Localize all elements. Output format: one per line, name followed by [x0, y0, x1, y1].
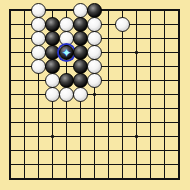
go-problem-diagram: ✦: [0, 0, 190, 190]
white-stone: [31, 45, 46, 60]
white-stone: [87, 59, 102, 74]
white-stone: [45, 87, 60, 102]
black-stone: [45, 59, 60, 74]
white-stone: [87, 73, 102, 88]
white-stone: [87, 45, 102, 60]
last-move-marker-icon: ✦: [61, 47, 71, 59]
star-point: [51, 135, 54, 138]
white-stone: [73, 3, 88, 18]
black-stone: [59, 73, 74, 88]
black-stone: [73, 73, 88, 88]
white-stone: [31, 3, 46, 18]
white-stone: [31, 17, 46, 32]
star-point: [93, 93, 96, 96]
black-stone: [45, 17, 60, 32]
black-stone: [73, 59, 88, 74]
black-stone: [45, 31, 60, 46]
black-stone: [73, 45, 88, 60]
black-stone: [45, 45, 60, 60]
star-point: [135, 135, 138, 138]
go-board[interactable]: ✦: [0, 0, 190, 190]
black-stone: [73, 17, 88, 32]
white-stone: [31, 31, 46, 46]
star-point: [135, 51, 138, 54]
white-stone: [59, 31, 74, 46]
white-stone: [73, 87, 88, 102]
white-stone: [31, 59, 46, 74]
white-stone: [45, 73, 60, 88]
white-stone: [87, 31, 102, 46]
white-stone: [87, 17, 102, 32]
black-stone: [73, 31, 88, 46]
white-stone: [115, 17, 130, 32]
white-stone: [59, 87, 74, 102]
black-stone: [87, 3, 102, 18]
white-stone: [59, 17, 74, 32]
marked-black-stone: ✦: [59, 45, 74, 60]
